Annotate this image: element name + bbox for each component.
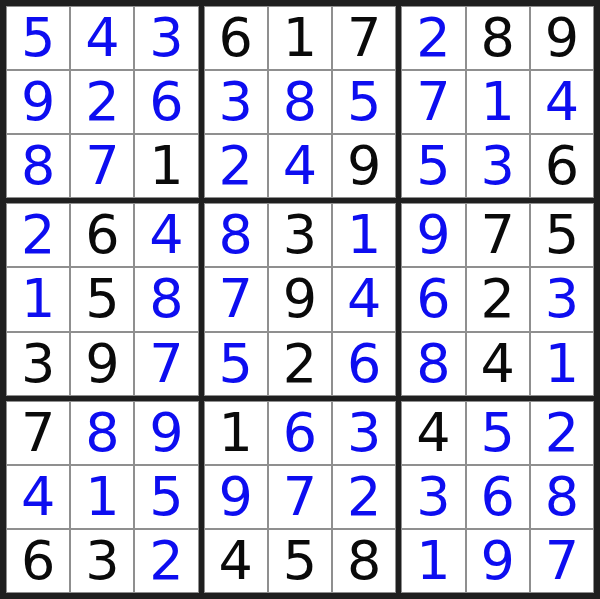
- cell-r7c3[interactable]: 9: [134, 401, 198, 465]
- cell-r1c2[interactable]: 4: [70, 6, 134, 70]
- cell-r7c7[interactable]: 4: [401, 401, 465, 465]
- cell-r4c2[interactable]: 6: [70, 203, 134, 267]
- cell-r8c3[interactable]: 5: [134, 465, 198, 529]
- cell-r9c5[interactable]: 5: [268, 529, 332, 593]
- cell-r6c4[interactable]: 5: [204, 332, 268, 396]
- cell-r8c7[interactable]: 3: [401, 465, 465, 529]
- cell-r4c4[interactable]: 8: [204, 203, 268, 267]
- cell-r9c3[interactable]: 2: [134, 529, 198, 593]
- cell-r9c2[interactable]: 3: [70, 529, 134, 593]
- box-7: 789415632: [6, 401, 199, 593]
- cell-r1c9[interactable]: 9: [530, 6, 594, 70]
- cell-r3c2[interactable]: 7: [70, 134, 134, 198]
- cell-r9c8[interactable]: 9: [466, 529, 530, 593]
- cell-r6c3[interactable]: 7: [134, 332, 198, 396]
- cell-r3c6[interactable]: 9: [332, 134, 396, 198]
- cell-r8c5[interactable]: 7: [268, 465, 332, 529]
- cell-r7c5[interactable]: 6: [268, 401, 332, 465]
- cell-r1c5[interactable]: 1: [268, 6, 332, 70]
- cell-r4c8[interactable]: 7: [466, 203, 530, 267]
- cell-r2c5[interactable]: 8: [268, 70, 332, 134]
- cell-r1c4[interactable]: 6: [204, 6, 268, 70]
- cell-r1c7[interactable]: 2: [401, 6, 465, 70]
- cell-r9c6[interactable]: 8: [332, 529, 396, 593]
- cell-r4c3[interactable]: 4: [134, 203, 198, 267]
- cell-r4c5[interactable]: 3: [268, 203, 332, 267]
- cell-r8c4[interactable]: 9: [204, 465, 268, 529]
- cell-r3c5[interactable]: 4: [268, 134, 332, 198]
- cell-r5c4[interactable]: 7: [204, 267, 268, 331]
- cell-r2c8[interactable]: 1: [466, 70, 530, 134]
- cell-r7c8[interactable]: 5: [466, 401, 530, 465]
- sudoku-board: 5439268716173852492897145362641583978317…: [0, 0, 600, 599]
- cell-r5c9[interactable]: 3: [530, 267, 594, 331]
- cell-r8c2[interactable]: 1: [70, 465, 134, 529]
- cell-r4c1[interactable]: 2: [6, 203, 70, 267]
- cell-r1c3[interactable]: 3: [134, 6, 198, 70]
- cell-r7c2[interactable]: 8: [70, 401, 134, 465]
- cell-r2c1[interactable]: 9: [6, 70, 70, 134]
- cell-r1c8[interactable]: 8: [466, 6, 530, 70]
- cell-r8c9[interactable]: 8: [530, 465, 594, 529]
- cell-r7c1[interactable]: 7: [6, 401, 70, 465]
- cell-r8c6[interactable]: 2: [332, 465, 396, 529]
- cell-r7c9[interactable]: 2: [530, 401, 594, 465]
- cell-r3c7[interactable]: 5: [401, 134, 465, 198]
- cell-r5c1[interactable]: 1: [6, 267, 70, 331]
- cell-r2c7[interactable]: 7: [401, 70, 465, 134]
- box-9: 452368197: [401, 401, 594, 593]
- cell-r3c8[interactable]: 3: [466, 134, 530, 198]
- cell-r6c9[interactable]: 1: [530, 332, 594, 396]
- cell-r5c7[interactable]: 6: [401, 267, 465, 331]
- cell-r9c4[interactable]: 4: [204, 529, 268, 593]
- cell-r2c9[interactable]: 4: [530, 70, 594, 134]
- cell-r9c7[interactable]: 1: [401, 529, 465, 593]
- cell-r7c4[interactable]: 1: [204, 401, 268, 465]
- cell-r4c6[interactable]: 1: [332, 203, 396, 267]
- cell-r9c9[interactable]: 7: [530, 529, 594, 593]
- cell-r2c3[interactable]: 6: [134, 70, 198, 134]
- cell-r1c1[interactable]: 5: [6, 6, 70, 70]
- cell-r6c1[interactable]: 3: [6, 332, 70, 396]
- cell-r2c2[interactable]: 2: [70, 70, 134, 134]
- box-2: 617385249: [204, 6, 397, 198]
- cell-r9c1[interactable]: 6: [6, 529, 70, 593]
- cell-r2c4[interactable]: 3: [204, 70, 268, 134]
- cell-r5c5[interactable]: 9: [268, 267, 332, 331]
- cell-r1c6[interactable]: 7: [332, 6, 396, 70]
- cell-r6c7[interactable]: 8: [401, 332, 465, 396]
- cell-r6c8[interactable]: 4: [466, 332, 530, 396]
- cell-r5c6[interactable]: 4: [332, 267, 396, 331]
- cell-r3c3[interactable]: 1: [134, 134, 198, 198]
- cell-r5c2[interactable]: 5: [70, 267, 134, 331]
- box-4: 264158397: [6, 203, 199, 395]
- cell-r6c6[interactable]: 6: [332, 332, 396, 396]
- cell-r4c7[interactable]: 9: [401, 203, 465, 267]
- box-8: 163972458: [204, 401, 397, 593]
- cell-r3c4[interactable]: 2: [204, 134, 268, 198]
- box-3: 289714536: [401, 6, 594, 198]
- cell-r8c8[interactable]: 6: [466, 465, 530, 529]
- cell-r4c9[interactable]: 5: [530, 203, 594, 267]
- box-5: 831794526: [204, 203, 397, 395]
- box-6: 975623841: [401, 203, 594, 395]
- cell-r3c1[interactable]: 8: [6, 134, 70, 198]
- cell-r5c8[interactable]: 2: [466, 267, 530, 331]
- cell-r6c2[interactable]: 9: [70, 332, 134, 396]
- cell-r5c3[interactable]: 8: [134, 267, 198, 331]
- cell-r2c6[interactable]: 5: [332, 70, 396, 134]
- cell-r3c9[interactable]: 6: [530, 134, 594, 198]
- cell-r8c1[interactable]: 4: [6, 465, 70, 529]
- cell-r7c6[interactable]: 3: [332, 401, 396, 465]
- box-1: 543926871: [6, 6, 199, 198]
- cell-r6c5[interactable]: 2: [268, 332, 332, 396]
